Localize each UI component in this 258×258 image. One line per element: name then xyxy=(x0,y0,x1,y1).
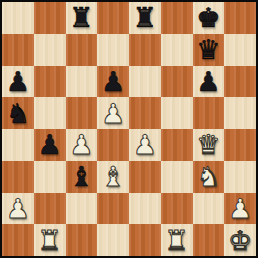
square-g8[interactable]: ♚ xyxy=(193,2,225,34)
square-g5[interactable] xyxy=(193,97,225,129)
square-a1[interactable] xyxy=(2,224,34,256)
square-a7[interactable] xyxy=(2,34,34,66)
square-e2[interactable] xyxy=(129,193,161,225)
square-h1[interactable]: ♚ xyxy=(224,224,256,256)
square-e4[interactable]: ♟ xyxy=(129,129,161,161)
piece-black-bishop[interactable]: ♝ xyxy=(69,163,93,190)
square-f4[interactable] xyxy=(161,129,193,161)
square-b1[interactable]: ♜ xyxy=(34,224,66,256)
square-e8[interactable]: ♜ xyxy=(129,2,161,34)
square-c3[interactable]: ♝ xyxy=(66,161,98,193)
piece-black-rook[interactable]: ♜ xyxy=(133,4,157,31)
piece-white-rook[interactable]: ♜ xyxy=(165,227,189,254)
piece-white-pawn[interactable]: ♟ xyxy=(6,195,30,222)
square-c4[interactable]: ♟ xyxy=(66,129,98,161)
square-a4[interactable] xyxy=(2,129,34,161)
chess-board: ♜♜♚♛♟♟♟♞♟♟♟♟♛♝♝♞♟♟♜♜♚ xyxy=(0,0,258,258)
square-g1[interactable] xyxy=(193,224,225,256)
square-f5[interactable] xyxy=(161,97,193,129)
piece-white-knight[interactable]: ♞ xyxy=(196,163,220,190)
square-b3[interactable] xyxy=(34,161,66,193)
square-e7[interactable] xyxy=(129,34,161,66)
square-g6[interactable]: ♟ xyxy=(193,66,225,98)
piece-black-pawn[interactable]: ♟ xyxy=(196,68,220,95)
square-b7[interactable] xyxy=(34,34,66,66)
square-c7[interactable] xyxy=(66,34,98,66)
square-g2[interactable] xyxy=(193,193,225,225)
square-h3[interactable] xyxy=(224,161,256,193)
square-c5[interactable] xyxy=(66,97,98,129)
square-b5[interactable] xyxy=(34,97,66,129)
square-h6[interactable] xyxy=(224,66,256,98)
square-c6[interactable] xyxy=(66,66,98,98)
square-d2[interactable] xyxy=(97,193,129,225)
square-e6[interactable] xyxy=(129,66,161,98)
square-h2[interactable]: ♟ xyxy=(224,193,256,225)
square-d1[interactable] xyxy=(97,224,129,256)
square-f1[interactable]: ♜ xyxy=(161,224,193,256)
square-e5[interactable] xyxy=(129,97,161,129)
square-b6[interactable] xyxy=(34,66,66,98)
square-e3[interactable] xyxy=(129,161,161,193)
piece-black-queen[interactable]: ♛ xyxy=(196,36,220,63)
piece-black-pawn[interactable]: ♟ xyxy=(101,68,125,95)
piece-white-king[interactable]: ♚ xyxy=(228,227,252,254)
piece-white-pawn[interactable]: ♟ xyxy=(228,195,252,222)
piece-white-pawn[interactable]: ♟ xyxy=(101,100,125,127)
square-b2[interactable] xyxy=(34,193,66,225)
square-a5[interactable]: ♞ xyxy=(2,97,34,129)
square-d7[interactable] xyxy=(97,34,129,66)
square-h8[interactable] xyxy=(224,2,256,34)
piece-white-pawn[interactable]: ♟ xyxy=(133,131,157,158)
square-g4[interactable]: ♛ xyxy=(193,129,225,161)
square-g7[interactable]: ♛ xyxy=(193,34,225,66)
square-a2[interactable]: ♟ xyxy=(2,193,34,225)
piece-black-pawn[interactable]: ♟ xyxy=(6,68,30,95)
piece-black-knight[interactable]: ♞ xyxy=(6,100,30,127)
square-f6[interactable] xyxy=(161,66,193,98)
square-b8[interactable] xyxy=(34,2,66,34)
square-d3[interactable]: ♝ xyxy=(97,161,129,193)
square-f2[interactable] xyxy=(161,193,193,225)
square-a8[interactable] xyxy=(2,2,34,34)
piece-black-pawn[interactable]: ♟ xyxy=(38,131,62,158)
piece-white-pawn[interactable]: ♟ xyxy=(69,131,93,158)
square-h5[interactable] xyxy=(224,97,256,129)
square-f8[interactable] xyxy=(161,2,193,34)
square-h7[interactable] xyxy=(224,34,256,66)
square-a3[interactable] xyxy=(2,161,34,193)
square-b4[interactable]: ♟ xyxy=(34,129,66,161)
piece-white-rook[interactable]: ♜ xyxy=(38,227,62,254)
square-c2[interactable] xyxy=(66,193,98,225)
square-d4[interactable] xyxy=(97,129,129,161)
square-g3[interactable]: ♞ xyxy=(193,161,225,193)
square-c1[interactable] xyxy=(66,224,98,256)
piece-white-queen[interactable]: ♛ xyxy=(196,131,220,158)
piece-black-rook[interactable]: ♜ xyxy=(69,4,93,31)
piece-black-king[interactable]: ♚ xyxy=(196,4,220,31)
square-d8[interactable] xyxy=(97,2,129,34)
square-a6[interactable]: ♟ xyxy=(2,66,34,98)
square-f3[interactable] xyxy=(161,161,193,193)
square-d5[interactable]: ♟ xyxy=(97,97,129,129)
square-f7[interactable] xyxy=(161,34,193,66)
square-c8[interactable]: ♜ xyxy=(66,2,98,34)
piece-white-bishop[interactable]: ♝ xyxy=(101,163,125,190)
square-e1[interactable] xyxy=(129,224,161,256)
square-d6[interactable]: ♟ xyxy=(97,66,129,98)
square-h4[interactable] xyxy=(224,129,256,161)
